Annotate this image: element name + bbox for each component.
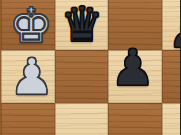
chess-game-screenshot: ♚♛♟♟♟ bbox=[0, 0, 180, 135]
black-queen[interactable]: ♛ bbox=[60, 0, 103, 48]
board-square-r2c2[interactable] bbox=[108, 103, 162, 135]
white-king[interactable]: ♚ bbox=[9, 1, 52, 49]
black-pawn[interactable]: ♟ bbox=[111, 43, 156, 93]
white-pawn[interactable]: ♟ bbox=[10, 52, 55, 102]
board-square-r1c3[interactable] bbox=[162, 50, 181, 104]
board-square-r1c1[interactable] bbox=[55, 50, 109, 104]
board-square-r2c3[interactable] bbox=[162, 103, 181, 135]
board-square-r2c0[interactable] bbox=[1, 103, 55, 135]
black-piece-edge[interactable]: ♟ bbox=[168, 10, 180, 54]
board-square-r2c1[interactable] bbox=[55, 103, 109, 135]
